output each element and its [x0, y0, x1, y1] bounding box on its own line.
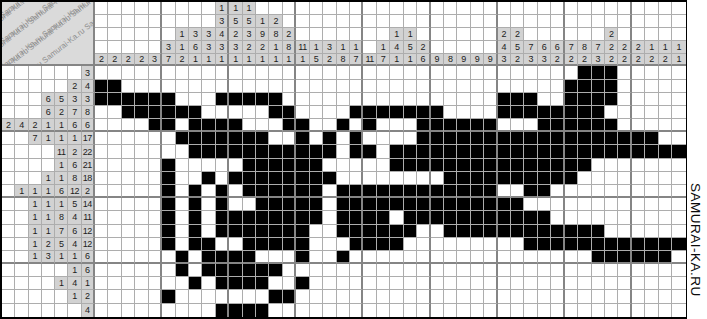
- grid-cell[interactable]: [269, 304, 282, 317]
- grid-cell[interactable]: [296, 304, 309, 317]
- grid-cell[interactable]: [605, 304, 618, 317]
- grid-cell[interactable]: [538, 198, 551, 211]
- grid-cell[interactable]: [578, 132, 591, 145]
- grid-cell[interactable]: [471, 159, 484, 172]
- grid-cell[interactable]: [243, 145, 256, 158]
- grid-cell[interactable]: [162, 225, 175, 238]
- grid-cell[interactable]: [135, 251, 148, 264]
- grid-cell[interactable]: [659, 238, 672, 251]
- grid-cell[interactable]: [471, 132, 484, 145]
- grid-cell[interactable]: [484, 145, 497, 158]
- grid-cell[interactable]: [323, 277, 336, 290]
- grid-cell[interactable]: [444, 277, 457, 290]
- grid-cell[interactable]: [659, 198, 672, 211]
- grid-cell[interactable]: [551, 172, 564, 185]
- grid-cell[interactable]: [551, 145, 564, 158]
- grid-cell[interactable]: [243, 211, 256, 224]
- grid-cell[interactable]: [632, 159, 645, 172]
- grid-cell[interactable]: [659, 225, 672, 238]
- grid-cell[interactable]: [269, 106, 282, 119]
- grid-cell[interactable]: [176, 172, 189, 185]
- grid-cell[interactable]: [149, 185, 162, 198]
- grid-cell[interactable]: [672, 93, 685, 106]
- grid-cell[interactable]: [122, 251, 135, 264]
- grid-cell[interactable]: [404, 93, 417, 106]
- grid-cell[interactable]: [95, 251, 108, 264]
- grid-cell[interactable]: [578, 238, 591, 251]
- grid-cell[interactable]: [471, 264, 484, 277]
- grid-cell[interactable]: [524, 264, 537, 277]
- grid-cell[interactable]: [417, 198, 430, 211]
- grid-cell[interactable]: [404, 264, 417, 277]
- grid-cell[interactable]: [592, 211, 605, 224]
- grid-cell[interactable]: [457, 93, 470, 106]
- grid-cell[interactable]: [632, 225, 645, 238]
- grid-cell[interactable]: [216, 106, 229, 119]
- grid-cell[interactable]: [618, 198, 631, 211]
- grid-cell[interactable]: [484, 264, 497, 277]
- grid-cell[interactable]: [605, 238, 618, 251]
- grid-cell[interactable]: [229, 277, 242, 290]
- grid-cell[interactable]: [377, 119, 390, 132]
- grid-cell[interactable]: [108, 251, 121, 264]
- grid-cell[interactable]: [645, 66, 658, 79]
- grid-cell[interactable]: [471, 119, 484, 132]
- grid-cell[interactable]: [605, 277, 618, 290]
- grid-cell[interactable]: [524, 198, 537, 211]
- grid-cell[interactable]: [310, 80, 323, 93]
- grid-cell[interactable]: [162, 277, 175, 290]
- grid-cell[interactable]: [672, 66, 685, 79]
- grid-cell[interactable]: [457, 185, 470, 198]
- grid-cell[interactable]: [551, 211, 564, 224]
- grid-cell[interactable]: [538, 251, 551, 264]
- grid-cell[interactable]: [605, 66, 618, 79]
- grid-cell[interactable]: [484, 304, 497, 317]
- grid-cell[interactable]: [135, 119, 148, 132]
- grid-cell[interactable]: [216, 93, 229, 106]
- grid-cell[interactable]: [524, 277, 537, 290]
- grid-cell[interactable]: [632, 132, 645, 145]
- grid-cell[interactable]: [538, 159, 551, 172]
- grid-cell[interactable]: [390, 132, 403, 145]
- grid-cell[interactable]: [323, 93, 336, 106]
- grid-cell[interactable]: [283, 185, 296, 198]
- grid-cell[interactable]: [176, 185, 189, 198]
- grid-cell[interactable]: [645, 304, 658, 317]
- grid-cell[interactable]: [431, 145, 444, 158]
- grid-cell[interactable]: [431, 106, 444, 119]
- grid-cell[interactable]: [565, 119, 578, 132]
- grid-cell[interactable]: [202, 211, 215, 224]
- grid-cell[interactable]: [672, 119, 685, 132]
- grid-cell[interactable]: [162, 119, 175, 132]
- grid-cell[interactable]: [216, 290, 229, 303]
- grid-cell[interactable]: [337, 172, 350, 185]
- grid-cell[interactable]: [162, 304, 175, 317]
- grid-cell[interactable]: [256, 225, 269, 238]
- grid-cell[interactable]: [645, 159, 658, 172]
- grid-cell[interactable]: [149, 290, 162, 303]
- grid-cell[interactable]: [377, 251, 390, 264]
- grid-cell[interactable]: [229, 185, 242, 198]
- grid-cell[interactable]: [457, 277, 470, 290]
- grid-cell[interactable]: [243, 66, 256, 79]
- grid-cell[interactable]: [417, 145, 430, 158]
- grid-cell[interactable]: [538, 264, 551, 277]
- grid-cell[interactable]: [511, 304, 524, 317]
- grid-cell[interactable]: [135, 145, 148, 158]
- grid-cell[interactable]: [377, 225, 390, 238]
- grid-cell[interactable]: [243, 290, 256, 303]
- grid-cell[interactable]: [645, 132, 658, 145]
- grid-cell[interactable]: [189, 277, 202, 290]
- grid-cell[interactable]: [229, 159, 242, 172]
- grid-cell[interactable]: [390, 290, 403, 303]
- grid-cell[interactable]: [417, 172, 430, 185]
- grid-cell[interactable]: [202, 132, 215, 145]
- grid-cell[interactable]: [216, 264, 229, 277]
- grid-cell[interactable]: [592, 106, 605, 119]
- grid-cell[interactable]: [189, 119, 202, 132]
- grid-cell[interactable]: [243, 132, 256, 145]
- grid-cell[interactable]: [645, 290, 658, 303]
- grid-cell[interactable]: [350, 66, 363, 79]
- grid-cell[interactable]: [578, 93, 591, 106]
- grid-cell[interactable]: [444, 159, 457, 172]
- grid-cell[interactable]: [565, 132, 578, 145]
- grid-cell[interactable]: [444, 211, 457, 224]
- grid-cell[interactable]: [296, 106, 309, 119]
- grid-cell[interactable]: [538, 172, 551, 185]
- grid-cell[interactable]: [95, 238, 108, 251]
- grid-cell[interactable]: [122, 264, 135, 277]
- grid-cell[interactable]: [202, 290, 215, 303]
- grid-cell[interactable]: [592, 159, 605, 172]
- grid-cell[interactable]: [283, 238, 296, 251]
- grid-cell[interactable]: [498, 198, 511, 211]
- grid-cell[interactable]: [672, 277, 685, 290]
- grid-cell[interactable]: [310, 132, 323, 145]
- grid-cell[interactable]: [162, 198, 175, 211]
- grid-cell[interactable]: [310, 119, 323, 132]
- grid-cell[interactable]: [189, 93, 202, 106]
- grid-cell[interactable]: [551, 93, 564, 106]
- grid-cell[interactable]: [538, 185, 551, 198]
- grid-cell[interactable]: [283, 198, 296, 211]
- grid-cell[interactable]: [283, 93, 296, 106]
- grid-cell[interactable]: [95, 66, 108, 79]
- grid-cell[interactable]: [135, 66, 148, 79]
- grid-cell[interactable]: [269, 66, 282, 79]
- grid-cell[interactable]: [659, 185, 672, 198]
- grid-cell[interactable]: [337, 80, 350, 93]
- grid-cell[interactable]: [108, 238, 121, 251]
- grid-cell[interactable]: [592, 145, 605, 158]
- grid-cell[interactable]: [135, 93, 148, 106]
- grid-cell[interactable]: [524, 119, 537, 132]
- grid-cell[interactable]: [95, 172, 108, 185]
- grid-cell[interactable]: [122, 290, 135, 303]
- grid-cell[interactable]: [659, 172, 672, 185]
- grid-cell[interactable]: [605, 251, 618, 264]
- grid-cell[interactable]: [296, 159, 309, 172]
- grid-cell[interactable]: [498, 264, 511, 277]
- grid-cell[interactable]: [632, 238, 645, 251]
- grid-cell[interactable]: [323, 290, 336, 303]
- grid-cell[interactable]: [592, 225, 605, 238]
- grid-cell[interactable]: [498, 159, 511, 172]
- grid-cell[interactable]: [122, 106, 135, 119]
- grid-cell[interactable]: [618, 93, 631, 106]
- grid-cell[interactable]: [444, 119, 457, 132]
- grid-cell[interactable]: [229, 211, 242, 224]
- grid-cell[interactable]: [404, 185, 417, 198]
- grid-cell[interactable]: [95, 290, 108, 303]
- grid-cell[interactable]: [659, 251, 672, 264]
- grid-cell[interactable]: [269, 93, 282, 106]
- grid-cell[interactable]: [122, 145, 135, 158]
- grid-cell[interactable]: [229, 66, 242, 79]
- grid-cell[interactable]: [216, 238, 229, 251]
- grid-cell[interactable]: [511, 277, 524, 290]
- grid-cell[interactable]: [216, 225, 229, 238]
- grid-cell[interactable]: [632, 198, 645, 211]
- grid-cell[interactable]: [632, 66, 645, 79]
- grid-cell[interactable]: [229, 304, 242, 317]
- grid-cell[interactable]: [377, 211, 390, 224]
- grid-cell[interactable]: [310, 185, 323, 198]
- grid-cell[interactable]: [565, 304, 578, 317]
- grid-cell[interactable]: [363, 185, 376, 198]
- grid-cell[interactable]: [202, 119, 215, 132]
- grid-cell[interactable]: [444, 251, 457, 264]
- grid-cell[interactable]: [431, 66, 444, 79]
- grid-cell[interactable]: [363, 145, 376, 158]
- grid-cell[interactable]: [377, 185, 390, 198]
- grid-cell[interactable]: [149, 159, 162, 172]
- grid-cell[interactable]: [431, 290, 444, 303]
- grid-cell[interactable]: [363, 66, 376, 79]
- grid-cell[interactable]: [229, 80, 242, 93]
- grid-cell[interactable]: [538, 145, 551, 158]
- grid-cell[interactable]: [323, 132, 336, 145]
- grid-cell[interactable]: [431, 264, 444, 277]
- grid-cell[interactable]: [484, 277, 497, 290]
- grid-cell[interactable]: [202, 251, 215, 264]
- grid-cell[interactable]: [457, 159, 470, 172]
- grid-cell[interactable]: [189, 211, 202, 224]
- grid-cell[interactable]: [363, 211, 376, 224]
- grid-cell[interactable]: [229, 251, 242, 264]
- grid-cell[interactable]: [605, 290, 618, 303]
- grid-cell[interactable]: [659, 106, 672, 119]
- grid-cell[interactable]: [431, 119, 444, 132]
- grid-cell[interactable]: [350, 264, 363, 277]
- grid-cell[interactable]: [484, 225, 497, 238]
- grid-cell[interactable]: [95, 93, 108, 106]
- grid-cell[interactable]: [471, 106, 484, 119]
- grid-cell[interactable]: [122, 304, 135, 317]
- grid-cell[interactable]: [202, 238, 215, 251]
- grid-cell[interactable]: [672, 172, 685, 185]
- grid-cell[interactable]: [296, 251, 309, 264]
- grid-cell[interactable]: [108, 185, 121, 198]
- grid-cell[interactable]: [524, 106, 537, 119]
- grid-cell[interactable]: [243, 238, 256, 251]
- grid-cell[interactable]: [457, 145, 470, 158]
- grid-cell[interactable]: [417, 93, 430, 106]
- grid-cell[interactable]: [431, 304, 444, 317]
- grid-cell[interactable]: [216, 277, 229, 290]
- grid-cell[interactable]: [404, 145, 417, 158]
- grid-cell[interactable]: [122, 277, 135, 290]
- grid-cell[interactable]: [632, 304, 645, 317]
- grid-cell[interactable]: [632, 93, 645, 106]
- grid-cell[interactable]: [310, 198, 323, 211]
- grid-cell[interactable]: [377, 159, 390, 172]
- grid-cell[interactable]: [632, 251, 645, 264]
- grid-cell[interactable]: [377, 145, 390, 158]
- grid-cell[interactable]: [471, 277, 484, 290]
- grid-cell[interactable]: [323, 185, 336, 198]
- grid-cell[interactable]: [551, 304, 564, 317]
- grid-cell[interactable]: [484, 251, 497, 264]
- grid-cell[interactable]: [390, 106, 403, 119]
- grid-cell[interactable]: [605, 225, 618, 238]
- grid-cell[interactable]: [337, 119, 350, 132]
- grid-cell[interactable]: [122, 80, 135, 93]
- grid-cell[interactable]: [363, 93, 376, 106]
- grid-cell[interactable]: [417, 211, 430, 224]
- grid-cell[interactable]: [269, 238, 282, 251]
- grid-cell[interactable]: [645, 119, 658, 132]
- grid-cell[interactable]: [417, 290, 430, 303]
- grid-cell[interactable]: [645, 251, 658, 264]
- grid-cell[interactable]: [189, 198, 202, 211]
- grid-cell[interactable]: [592, 290, 605, 303]
- grid-cell[interactable]: [162, 106, 175, 119]
- grid-cell[interactable]: [202, 277, 215, 290]
- grid-cell[interactable]: [672, 159, 685, 172]
- grid-cell[interactable]: [162, 172, 175, 185]
- grid-cell[interactable]: [471, 66, 484, 79]
- grid-cell[interactable]: [431, 198, 444, 211]
- grid-cell[interactable]: [592, 66, 605, 79]
- grid-cell[interactable]: [524, 159, 537, 172]
- grid-cell[interactable]: [578, 159, 591, 172]
- grid-cell[interactable]: [296, 185, 309, 198]
- grid-cell[interactable]: [592, 277, 605, 290]
- grid-cell[interactable]: [122, 225, 135, 238]
- grid-cell[interactable]: [108, 159, 121, 172]
- grid-cell[interactable]: [243, 106, 256, 119]
- grid-cell[interactable]: [162, 80, 175, 93]
- grid-cell[interactable]: [390, 66, 403, 79]
- grid-cell[interactable]: [377, 304, 390, 317]
- grid-cell[interactable]: [565, 159, 578, 172]
- grid-cell[interactable]: [229, 145, 242, 158]
- grid-cell[interactable]: [565, 66, 578, 79]
- grid-cell[interactable]: [592, 185, 605, 198]
- grid-cell[interactable]: [390, 304, 403, 317]
- grid-cell[interactable]: [243, 80, 256, 93]
- grid-cell[interactable]: [243, 264, 256, 277]
- grid-cell[interactable]: [538, 106, 551, 119]
- grid-cell[interactable]: [189, 106, 202, 119]
- grid-cell[interactable]: [498, 93, 511, 106]
- grid-cell[interactable]: [283, 132, 296, 145]
- grid-cell[interactable]: [189, 132, 202, 145]
- grid-cell[interactable]: [551, 198, 564, 211]
- grid-cell[interactable]: [337, 106, 350, 119]
- grid-cell[interactable]: [417, 304, 430, 317]
- grid-cell[interactable]: [363, 198, 376, 211]
- grid-cell[interactable]: [471, 145, 484, 158]
- grid-cell[interactable]: [216, 211, 229, 224]
- grid-cell[interactable]: [390, 264, 403, 277]
- grid-cell[interactable]: [471, 185, 484, 198]
- grid-cell[interactable]: [176, 290, 189, 303]
- grid-cell[interactable]: [605, 80, 618, 93]
- grid-cell[interactable]: [672, 264, 685, 277]
- grid-cell[interactable]: [417, 277, 430, 290]
- grid-cell[interactable]: [431, 225, 444, 238]
- grid-cell[interactable]: [431, 185, 444, 198]
- grid-cell[interactable]: [645, 106, 658, 119]
- grid-cell[interactable]: [269, 132, 282, 145]
- grid-cell[interactable]: [511, 119, 524, 132]
- grid-cell[interactable]: [565, 198, 578, 211]
- grid-cell[interactable]: [511, 290, 524, 303]
- grid-cell[interactable]: [310, 172, 323, 185]
- grid-cell[interactable]: [283, 225, 296, 238]
- grid-cell[interactable]: [672, 304, 685, 317]
- grid-cell[interactable]: [390, 93, 403, 106]
- grid-cell[interactable]: [377, 238, 390, 251]
- grid-cell[interactable]: [618, 172, 631, 185]
- grid-cell[interactable]: [256, 290, 269, 303]
- grid-cell[interactable]: [578, 172, 591, 185]
- grid-cell[interactable]: [202, 159, 215, 172]
- grid-cell[interactable]: [551, 80, 564, 93]
- grid-cell[interactable]: [605, 185, 618, 198]
- grid-cell[interactable]: [350, 119, 363, 132]
- grid-cell[interactable]: [269, 225, 282, 238]
- grid-cell[interactable]: [269, 211, 282, 224]
- grid-cell[interactable]: [538, 211, 551, 224]
- grid-cell[interactable]: [618, 145, 631, 158]
- grid-cell[interactable]: [243, 185, 256, 198]
- grid-cell[interactable]: [135, 290, 148, 303]
- grid-cell[interactable]: [431, 172, 444, 185]
- grid-cell[interactable]: [538, 304, 551, 317]
- grid-cell[interactable]: [659, 264, 672, 277]
- grid-cell[interactable]: [122, 119, 135, 132]
- grid-cell[interactable]: [363, 238, 376, 251]
- grid-cell[interactable]: [524, 290, 537, 303]
- grid-cell[interactable]: [538, 225, 551, 238]
- grid-cell[interactable]: [457, 66, 470, 79]
- grid-cell[interactable]: [269, 251, 282, 264]
- grid-cell[interactable]: [672, 106, 685, 119]
- grid-cell[interactable]: [659, 66, 672, 79]
- grid-cell[interactable]: [108, 198, 121, 211]
- grid-cell[interactable]: [269, 264, 282, 277]
- grid-cell[interactable]: [645, 264, 658, 277]
- grid-cell[interactable]: [618, 211, 631, 224]
- grid-cell[interactable]: [511, 106, 524, 119]
